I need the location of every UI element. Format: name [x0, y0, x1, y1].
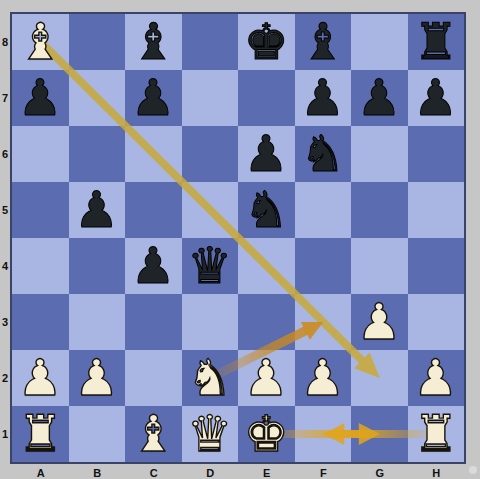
square-b5[interactable]: ♟: [69, 182, 126, 238]
square-d8[interactable]: [182, 14, 239, 70]
file-label-d: D: [200, 467, 220, 479]
square-b8[interactable]: [69, 14, 126, 70]
piece-black-knight[interactable]: ♞: [300, 129, 345, 179]
square-d1[interactable]: ♛: [182, 406, 239, 462]
piece-white-bishop[interactable]: ♝: [18, 17, 63, 67]
square-a6[interactable]: [12, 126, 69, 182]
rank-label-5: 5: [0, 204, 10, 217]
square-g3[interactable]: ♟: [351, 294, 408, 350]
square-h1[interactable]: ♜: [408, 406, 465, 462]
piece-black-bishop[interactable]: ♝: [131, 17, 176, 67]
piece-black-pawn[interactable]: ♟: [413, 73, 458, 123]
square-f3[interactable]: [295, 294, 352, 350]
square-f6[interactable]: ♞: [295, 126, 352, 182]
square-f5[interactable]: [295, 182, 352, 238]
rank-label-3: 3: [0, 316, 10, 329]
square-e1[interactable]: ♚: [238, 406, 295, 462]
square-c2[interactable]: [125, 350, 182, 406]
square-a2[interactable]: ♟: [12, 350, 69, 406]
file-label-b: B: [87, 467, 107, 479]
square-c3[interactable]: [125, 294, 182, 350]
rank-label-2: 2: [0, 372, 10, 385]
square-d2[interactable]: ♞: [182, 350, 239, 406]
square-e4[interactable]: [238, 238, 295, 294]
piece-black-pawn[interactable]: ♟: [74, 185, 119, 235]
piece-white-bishop[interactable]: ♝: [131, 409, 176, 459]
piece-white-pawn[interactable]: ♟: [300, 353, 345, 403]
piece-black-pawn[interactable]: ♟: [131, 73, 176, 123]
piece-white-rook[interactable]: ♜: [18, 409, 63, 459]
square-f4[interactable]: [295, 238, 352, 294]
square-b7[interactable]: [69, 70, 126, 126]
square-h3[interactable]: [408, 294, 465, 350]
square-e3[interactable]: [238, 294, 295, 350]
square-g2[interactable]: [351, 350, 408, 406]
square-c8[interactable]: ♝: [125, 14, 182, 70]
square-a1[interactable]: ♜: [12, 406, 69, 462]
square-d3[interactable]: [182, 294, 239, 350]
square-h7[interactable]: ♟: [408, 70, 465, 126]
square-d7[interactable]: [182, 70, 239, 126]
square-a5[interactable]: [12, 182, 69, 238]
rank-label-6: 6: [0, 148, 10, 161]
square-a7[interactable]: ♟: [12, 70, 69, 126]
rank-label-8: 8: [0, 36, 10, 49]
piece-black-king[interactable]: ♚: [244, 17, 289, 67]
piece-black-pawn[interactable]: ♟: [300, 73, 345, 123]
square-e8[interactable]: ♚: [238, 14, 295, 70]
square-h5[interactable]: [408, 182, 465, 238]
square-g5[interactable]: [351, 182, 408, 238]
rank-label-7: 7: [0, 92, 10, 105]
square-h4[interactable]: [408, 238, 465, 294]
square-g7[interactable]: ♟: [351, 70, 408, 126]
square-b3[interactable]: [69, 294, 126, 350]
piece-white-pawn[interactable]: ♟: [357, 297, 402, 347]
square-e5[interactable]: ♞: [238, 182, 295, 238]
square-g1[interactable]: [351, 406, 408, 462]
piece-white-pawn[interactable]: ♟: [244, 353, 289, 403]
square-f7[interactable]: ♟: [295, 70, 352, 126]
file-label-a: A: [31, 467, 51, 479]
square-h8[interactable]: ♜: [408, 14, 465, 70]
square-a8[interactable]: ♝: [12, 14, 69, 70]
square-c7[interactable]: ♟: [125, 70, 182, 126]
square-d6[interactable]: [182, 126, 239, 182]
piece-white-knight[interactable]: ♞: [187, 353, 232, 403]
square-f8[interactable]: ♝: [295, 14, 352, 70]
corner-dot: [469, 466, 477, 474]
file-label-e: E: [257, 467, 277, 479]
file-label-g: G: [370, 467, 390, 479]
square-b1[interactable]: [69, 406, 126, 462]
chess-board: ♝♝♚♝♜♟♟♟♟♟♟♞♟♞♟♛♟♟♟♞♟♟♟♜♝♛♚♜: [10, 12, 466, 464]
piece-black-pawn[interactable]: ♟: [18, 73, 63, 123]
square-h6[interactable]: [408, 126, 465, 182]
piece-black-pawn[interactable]: ♟: [357, 73, 402, 123]
square-d5[interactable]: [182, 182, 239, 238]
square-g6[interactable]: [351, 126, 408, 182]
square-e6[interactable]: ♟: [238, 126, 295, 182]
square-f1[interactable]: [295, 406, 352, 462]
square-e7[interactable]: [238, 70, 295, 126]
chess-app: ♝♝♚♝♜♟♟♟♟♟♟♞♟♞♟♛♟♟♟♞♟♟♟♜♝♛♚♜ 87654321 AB…: [0, 0, 480, 479]
square-b6[interactable]: [69, 126, 126, 182]
file-label-c: C: [144, 467, 164, 479]
square-a3[interactable]: [12, 294, 69, 350]
square-e2[interactable]: ♟: [238, 350, 295, 406]
square-a4[interactable]: [12, 238, 69, 294]
square-d4[interactable]: ♛: [182, 238, 239, 294]
piece-white-rook[interactable]: ♜: [413, 409, 458, 459]
file-label-h: H: [426, 467, 446, 479]
rank-label-4: 4: [0, 260, 10, 273]
piece-black-rook[interactable]: ♜: [413, 17, 458, 67]
piece-white-pawn[interactable]: ♟: [18, 353, 63, 403]
square-f2[interactable]: ♟: [295, 350, 352, 406]
square-c1[interactable]: ♝: [125, 406, 182, 462]
square-b4[interactable]: [69, 238, 126, 294]
square-g4[interactable]: [351, 238, 408, 294]
piece-black-queen[interactable]: ♛: [187, 241, 232, 291]
piece-white-pawn[interactable]: ♟: [74, 353, 119, 403]
piece-black-knight[interactable]: ♞: [244, 185, 289, 235]
square-g8[interactable]: [351, 14, 408, 70]
square-h2[interactable]: ♟: [408, 350, 465, 406]
square-b2[interactable]: ♟: [69, 350, 126, 406]
piece-white-queen[interactable]: ♛: [187, 409, 232, 459]
rank-label-1: 1: [0, 428, 10, 441]
square-c4[interactable]: ♟: [125, 238, 182, 294]
piece-white-king[interactable]: ♚: [244, 409, 289, 459]
piece-black-pawn[interactable]: ♟: [244, 129, 289, 179]
square-c5[interactable]: [125, 182, 182, 238]
piece-black-pawn[interactable]: ♟: [131, 241, 176, 291]
file-label-f: F: [313, 467, 333, 479]
piece-white-pawn[interactable]: ♟: [413, 353, 458, 403]
piece-black-bishop[interactable]: ♝: [300, 17, 345, 67]
square-c6[interactable]: [125, 126, 182, 182]
